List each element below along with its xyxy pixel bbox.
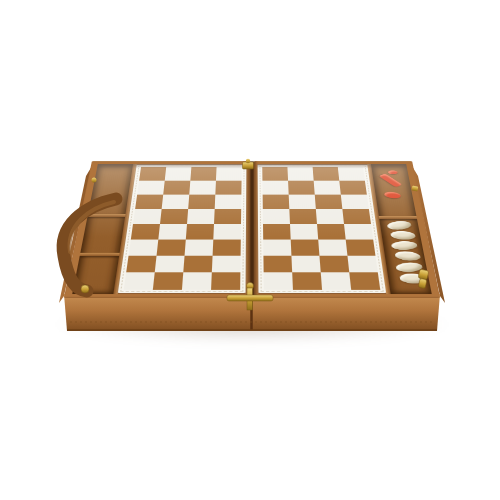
bottom-hinge-plate (227, 295, 273, 301)
right-latch (416, 269, 429, 288)
left-latch-fitting (92, 178, 97, 183)
handle-brass-ring (81, 285, 89, 293)
carry-handle-highlight (70, 202, 114, 252)
top-hinge-knob (246, 159, 250, 163)
product-photo-stage (0, 0, 500, 500)
right-latch-catch (412, 186, 419, 192)
hardware-layer (0, 0, 500, 500)
